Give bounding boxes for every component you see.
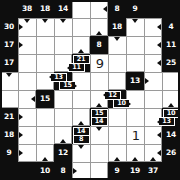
cell-r4c7: 13 bbox=[126, 72, 144, 90]
arrow-left-icon bbox=[157, 24, 161, 30]
clue-number: 19 bbox=[126, 162, 144, 180]
arrow-right-icon bbox=[19, 132, 23, 138]
cell-r2c2[interactable] bbox=[36, 36, 54, 54]
clue-number: 4 bbox=[162, 18, 180, 36]
cell-r9c9 bbox=[162, 162, 180, 180]
cell-r0c2: 18 bbox=[36, 0, 54, 18]
arrow-down-icon bbox=[60, 19, 66, 23]
cell-r7c0: 18 bbox=[0, 126, 18, 144]
clue-badge: 8 bbox=[73, 135, 90, 144]
clue-number: 9 bbox=[0, 144, 18, 162]
arrow-down-icon bbox=[114, 37, 120, 41]
clue-number: 17 bbox=[0, 54, 18, 72]
entry-digit: 1 bbox=[127, 127, 145, 145]
cell-r4c1[interactable] bbox=[18, 72, 36, 90]
arrow-up-icon bbox=[132, 157, 138, 161]
cell-r6c3[interactable] bbox=[54, 108, 72, 126]
cell-r7c2[interactable] bbox=[36, 126, 54, 144]
arrow-down-icon bbox=[42, 19, 48, 23]
cell-r0c4[interactable] bbox=[72, 0, 90, 18]
entry-digit: 9 bbox=[91, 55, 109, 73]
clue-number: 10 bbox=[36, 162, 54, 180]
clue-number: 14 bbox=[162, 126, 180, 144]
cell-r3c6[interactable] bbox=[108, 54, 126, 72]
arrow-right-icon bbox=[19, 24, 23, 30]
arrow-down-icon bbox=[96, 127, 102, 131]
arrow-up-icon bbox=[42, 157, 48, 161]
clue-badge: 14 bbox=[91, 117, 108, 126]
clue-number: 9 bbox=[126, 0, 144, 18]
clue-number: 17 bbox=[0, 36, 18, 54]
cell-r5c0[interactable] bbox=[0, 90, 18, 108]
cell-r9c5[interactable] bbox=[90, 162, 108, 180]
arrow-up-icon bbox=[96, 103, 102, 107]
clue-number: 12 bbox=[54, 144, 72, 162]
arrow-left-icon bbox=[49, 74, 53, 80]
cell-r3c5[interactable]: 9 bbox=[90, 54, 108, 72]
clue-number: 8 bbox=[54, 162, 72, 180]
kakuro-board: 3818148930184178111721119251315131512102… bbox=[0, 0, 180, 180]
cell-r1c4[interactable] bbox=[72, 18, 90, 36]
clue-number: 25 bbox=[162, 54, 180, 72]
cell-r9c2: 10 bbox=[36, 162, 54, 180]
arrow-right-icon bbox=[73, 83, 77, 89]
clue-number: 13 bbox=[126, 72, 144, 90]
cell-r8c3: 12 bbox=[54, 144, 72, 162]
clue-number: 18 bbox=[0, 126, 18, 144]
arrow-right-icon bbox=[73, 168, 77, 174]
cell-r1c0: 30 bbox=[0, 18, 18, 36]
arrow-left-icon bbox=[157, 60, 161, 66]
arrow-down-icon bbox=[6, 73, 12, 77]
cell-r0c0 bbox=[0, 0, 18, 18]
arrow-left-icon bbox=[157, 119, 161, 125]
cell-r9c7: 19 bbox=[126, 162, 144, 180]
clue-number: 26 bbox=[162, 144, 180, 162]
clue-number: 37 bbox=[144, 162, 162, 180]
cell-r2c3[interactable] bbox=[54, 36, 72, 54]
arrow-left-icon bbox=[103, 6, 107, 12]
arrow-right-icon bbox=[19, 150, 23, 156]
arrow-up-icon bbox=[60, 139, 66, 143]
clue-number: 18 bbox=[36, 0, 54, 18]
arrow-left-icon bbox=[31, 96, 35, 102]
clue-number: 38 bbox=[18, 0, 36, 18]
cell-r9c0 bbox=[0, 162, 18, 180]
cell-r6c0: 21 bbox=[0, 108, 18, 126]
cell-r5c4[interactable] bbox=[72, 90, 90, 108]
arrow-left-icon bbox=[157, 42, 161, 48]
cell-r0c8 bbox=[144, 0, 162, 18]
clue-number: 18 bbox=[108, 18, 126, 36]
arrow-up-icon bbox=[96, 31, 102, 35]
arrow-down-icon bbox=[24, 19, 30, 23]
cell-r6c7[interactable] bbox=[126, 108, 144, 126]
cell-r1c6: 18 bbox=[108, 18, 126, 36]
cell-r7c7[interactable]: 1 bbox=[126, 126, 144, 144]
cell-r2c9: 11 bbox=[162, 36, 180, 54]
arrow-right-icon bbox=[145, 78, 149, 84]
cell-r3c1[interactable] bbox=[18, 54, 36, 72]
arrow-left-icon bbox=[67, 65, 71, 71]
cell-r5c2: 15 bbox=[36, 90, 54, 108]
arrow-right-icon bbox=[19, 114, 23, 120]
cell-r0c7: 9 bbox=[126, 0, 144, 18]
cell-r6c2[interactable] bbox=[36, 108, 54, 126]
cell-r8c5[interactable] bbox=[90, 144, 108, 162]
clue-number: 30 bbox=[0, 18, 18, 36]
arrow-left-icon bbox=[157, 132, 161, 138]
cell-r3c9: 25 bbox=[162, 54, 180, 72]
cell-r7c9: 14 bbox=[162, 126, 180, 144]
cell-r2c0: 17 bbox=[0, 36, 18, 54]
clue-number: 8 bbox=[90, 36, 108, 54]
clue-number: 9 bbox=[108, 162, 126, 180]
cell-r9c8: 37 bbox=[144, 162, 162, 180]
cell-r5c8[interactable] bbox=[144, 90, 162, 108]
cell-r8c9: 26 bbox=[162, 144, 180, 162]
cell-r9c6: 9 bbox=[108, 162, 126, 180]
cell-r0c6: 8 bbox=[108, 0, 126, 18]
clue-number: 21 bbox=[0, 108, 18, 126]
cell-r1c9: 4 bbox=[162, 18, 180, 36]
arrow-up-icon bbox=[168, 103, 174, 107]
arrow-right-icon bbox=[19, 42, 23, 48]
cell-r3c7[interactable] bbox=[126, 54, 144, 72]
arrow-up-icon bbox=[78, 121, 84, 125]
cell-r7c6[interactable] bbox=[108, 126, 126, 144]
cell-r5c3[interactable] bbox=[54, 90, 72, 108]
arrow-up-icon bbox=[114, 157, 120, 161]
cell-r4c5[interactable] bbox=[90, 72, 108, 90]
cell-r6c6[interactable] bbox=[108, 108, 126, 126]
cell-r4c6[interactable] bbox=[108, 72, 126, 90]
cell-r2c5: 8 bbox=[90, 36, 108, 54]
cell-r0c9 bbox=[162, 0, 180, 18]
clue-number: 11 bbox=[162, 36, 180, 54]
arrow-left-icon bbox=[103, 92, 107, 98]
cell-r2c7[interactable] bbox=[126, 36, 144, 54]
cell-r0c1: 38 bbox=[18, 0, 36, 18]
arrow-down-icon bbox=[132, 19, 138, 23]
cell-r9c3: 8 bbox=[54, 162, 72, 180]
arrow-down-icon bbox=[78, 145, 84, 149]
cell-r3c2[interactable] bbox=[36, 54, 54, 72]
cell-r8c0: 9 bbox=[0, 144, 18, 162]
clue-number: 15 bbox=[36, 90, 54, 108]
arrow-up-icon bbox=[150, 157, 156, 161]
cell-r9c1 bbox=[18, 162, 36, 180]
arrow-left-icon bbox=[157, 150, 161, 156]
arrow-up-icon bbox=[78, 49, 84, 53]
cell-r0c3: 14 bbox=[54, 0, 72, 18]
arrow-right-icon bbox=[127, 101, 131, 107]
clue-number: 14 bbox=[54, 0, 72, 18]
cell-r3c0: 17 bbox=[0, 54, 18, 72]
cell-r4c9[interactable] bbox=[162, 72, 180, 90]
clue-number: 8 bbox=[108, 0, 126, 18]
